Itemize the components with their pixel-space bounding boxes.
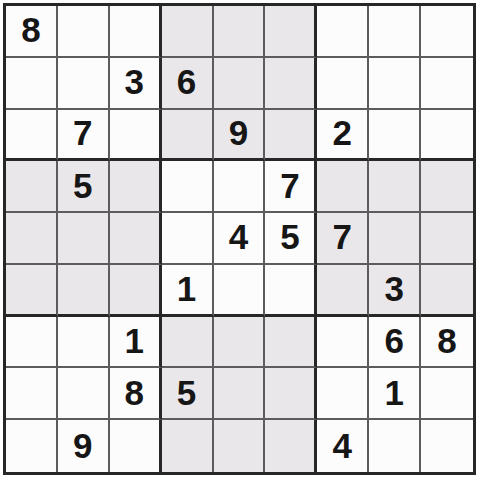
given-digit: 2 (333, 115, 352, 150)
given-digit: 7 (73, 115, 92, 150)
given-digit: 6 (177, 64, 196, 99)
cell-r6c4[interactable]: 1 (162, 265, 214, 317)
cell-r3c8[interactable] (369, 110, 421, 162)
cell-r3c6[interactable] (265, 110, 317, 162)
cell-r1c1[interactable]: 8 (6, 6, 58, 58)
cell-r2c8[interactable] (369, 58, 421, 110)
cell-r3c3[interactable] (110, 110, 162, 162)
cell-r7c9[interactable]: 8 (421, 317, 473, 369)
cell-r7c4[interactable] (162, 317, 214, 369)
cell-r3c9[interactable] (421, 110, 473, 162)
cell-r7c1[interactable] (6, 317, 58, 369)
cell-r5c2[interactable] (58, 213, 110, 265)
cell-r8c2[interactable] (58, 368, 110, 420)
cell-r9c9[interactable] (421, 420, 473, 472)
given-digit: 8 (437, 323, 456, 358)
cell-r4c3[interactable] (110, 161, 162, 213)
cell-r5c9[interactable] (421, 213, 473, 265)
cell-r9c2[interactable]: 9 (58, 420, 110, 472)
cell-r2c1[interactable] (6, 58, 58, 110)
cell-r9c3[interactable] (110, 420, 162, 472)
cell-r7c7[interactable] (317, 317, 369, 369)
cell-r5c1[interactable] (6, 213, 58, 265)
given-digit: 7 (333, 219, 352, 254)
cell-r6c8[interactable]: 3 (369, 265, 421, 317)
sudoku-board: 836792574571316885194 (3, 3, 476, 475)
cell-r6c5[interactable] (214, 265, 266, 317)
cell-r5c3[interactable] (110, 213, 162, 265)
cell-r9c6[interactable] (265, 420, 317, 472)
given-digit: 1 (177, 271, 196, 306)
cell-r8c8[interactable]: 1 (369, 368, 421, 420)
cell-r4c7[interactable] (317, 161, 369, 213)
cell-r2c7[interactable] (317, 58, 369, 110)
cell-r4c8[interactable] (369, 161, 421, 213)
cell-r8c7[interactable] (317, 368, 369, 420)
cell-r5c7[interactable]: 7 (317, 213, 369, 265)
given-digit: 8 (21, 12, 40, 47)
cell-r6c3[interactable] (110, 265, 162, 317)
cell-r7c6[interactable] (265, 317, 317, 369)
cell-r4c9[interactable] (421, 161, 473, 213)
given-digit: 5 (177, 375, 196, 410)
cell-r4c2[interactable]: 5 (58, 161, 110, 213)
cell-r1c8[interactable] (369, 6, 421, 58)
cell-r9c7[interactable]: 4 (317, 420, 369, 472)
given-digit: 7 (280, 168, 299, 203)
cell-r9c5[interactable] (214, 420, 266, 472)
cell-r7c5[interactable] (214, 317, 266, 369)
cell-r7c2[interactable] (58, 317, 110, 369)
cell-r4c6[interactable]: 7 (265, 161, 317, 213)
cell-r1c3[interactable] (110, 6, 162, 58)
cell-r8c6[interactable] (265, 368, 317, 420)
cell-r2c5[interactable] (214, 58, 266, 110)
cell-r5c6[interactable]: 5 (265, 213, 317, 265)
cell-r8c1[interactable] (6, 368, 58, 420)
cell-r6c1[interactable] (6, 265, 58, 317)
cell-r3c2[interactable]: 7 (58, 110, 110, 162)
sudoku-page: 836792574571316885194 (0, 0, 480, 479)
cell-r3c4[interactable] (162, 110, 214, 162)
given-digit: 4 (229, 219, 248, 254)
given-digit: 9 (73, 428, 92, 463)
given-digit: 9 (229, 115, 248, 150)
cell-r1c5[interactable] (214, 6, 266, 58)
cell-r1c4[interactable] (162, 6, 214, 58)
cell-r5c8[interactable] (369, 213, 421, 265)
cell-r8c5[interactable] (214, 368, 266, 420)
cell-r4c4[interactable] (162, 161, 214, 213)
cell-r3c1[interactable] (6, 110, 58, 162)
cell-r8c3[interactable]: 8 (110, 368, 162, 420)
cell-r3c7[interactable]: 2 (317, 110, 369, 162)
cell-r6c2[interactable] (58, 265, 110, 317)
cell-r6c6[interactable] (265, 265, 317, 317)
cell-r2c4[interactable]: 6 (162, 58, 214, 110)
cell-r1c7[interactable] (317, 6, 369, 58)
given-digit: 5 (280, 219, 299, 254)
cell-r8c4[interactable]: 5 (162, 368, 214, 420)
cell-r2c9[interactable] (421, 58, 473, 110)
cell-r4c1[interactable] (6, 161, 58, 213)
cell-r9c1[interactable] (6, 420, 58, 472)
cell-r1c6[interactable] (265, 6, 317, 58)
cell-r2c6[interactable] (265, 58, 317, 110)
cell-r9c8[interactable] (369, 420, 421, 472)
given-digit: 3 (124, 64, 143, 99)
given-digit: 8 (124, 375, 143, 410)
given-digit: 5 (73, 168, 92, 203)
cell-r1c9[interactable] (421, 6, 473, 58)
cell-r2c2[interactable] (58, 58, 110, 110)
given-digit: 3 (384, 271, 403, 306)
cell-r5c5[interactable]: 4 (214, 213, 266, 265)
cell-r8c9[interactable] (421, 368, 473, 420)
given-digit: 1 (124, 323, 143, 358)
cell-r2c3[interactable]: 3 (110, 58, 162, 110)
cell-r1c2[interactable] (58, 6, 110, 58)
given-digit: 1 (384, 375, 403, 410)
cell-r6c9[interactable] (421, 265, 473, 317)
cell-r5c4[interactable] (162, 213, 214, 265)
cell-r6c7[interactable] (317, 265, 369, 317)
cell-r7c8[interactable]: 6 (369, 317, 421, 369)
given-digit: 6 (384, 323, 403, 358)
given-digit: 4 (333, 428, 352, 463)
cell-r4c5[interactable] (214, 161, 266, 213)
cell-r3c5[interactable]: 9 (214, 110, 266, 162)
cell-r7c3[interactable]: 1 (110, 317, 162, 369)
cell-r9c4[interactable] (162, 420, 214, 472)
